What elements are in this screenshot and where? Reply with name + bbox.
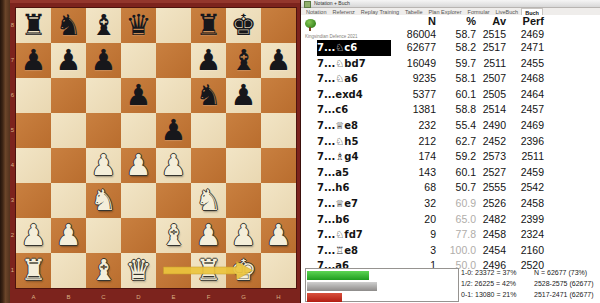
black-piece: ♟	[16, 43, 51, 78]
pct-cell: 59.7	[436, 56, 476, 72]
book-move-row[interactable]: 7...♘bd71604959.725112455	[301, 56, 600, 72]
n-cell: 62677	[391, 40, 436, 56]
n-cell: 174	[391, 149, 436, 165]
file-label-H: H	[261, 294, 296, 300]
stat-white-wins: 1-0: 23372 = 37%	[461, 267, 534, 278]
rank-label-1: 1	[9, 253, 16, 288]
black-piece: ♚	[226, 8, 261, 43]
pct-cell: 58.1	[436, 71, 476, 87]
pct-cell: 100.0	[436, 243, 476, 259]
bar-draw	[307, 282, 377, 291]
square-g4[interactable]	[226, 148, 261, 183]
black-piece: ♟	[226, 78, 261, 113]
square-c5[interactable]	[86, 113, 121, 148]
square-f4[interactable]	[191, 148, 226, 183]
white-piece: ♚	[226, 253, 261, 288]
square-e6[interactable]	[156, 78, 191, 113]
book-move-list: 7...♘c66267758.2251724717...♘bd71604959.…	[301, 40, 600, 274]
result-stats: 1-0: 23372 = 37% N = 62677 (73%) 1/2: 26…	[461, 267, 599, 300]
square-h3[interactable]	[261, 183, 296, 218]
move-cell: 7...♕e8	[317, 118, 391, 134]
white-piece: ♛	[121, 253, 156, 288]
white-piece: ♞	[191, 183, 226, 218]
bar-black	[307, 293, 342, 302]
square-g5[interactable]	[226, 113, 261, 148]
square-h2[interactable]: ♟	[261, 218, 296, 253]
pct-cell: 77.8	[436, 227, 476, 243]
pct-cell: 65.0	[436, 212, 476, 228]
square-f2[interactable]: ♟	[191, 218, 226, 253]
n-cell: 5377	[391, 87, 436, 103]
pct-cell: 58.2	[436, 40, 476, 56]
move-cell: 7...♘h5	[317, 134, 391, 150]
square-e3[interactable]	[156, 183, 191, 218]
pct-cell: 50.7	[436, 180, 476, 196]
book-move-row[interactable]: 7...♕e73260.925262458	[301, 196, 600, 212]
white-piece: ♜	[16, 253, 51, 288]
black-piece: ♜	[16, 8, 51, 43]
file-label-E: E	[156, 294, 191, 300]
stat-black-wins: 0-1: 13080 = 21%	[461, 289, 534, 300]
stat-draws: 1/2: 26225 = 42%	[461, 278, 534, 289]
black-piece: ♜	[191, 8, 226, 43]
perf-cell: 2542	[506, 180, 544, 196]
white-piece: ♝	[156, 218, 191, 253]
perf-cell: 2396	[506, 134, 544, 150]
square-g1[interactable]: ♚	[226, 253, 261, 288]
square-b6[interactable]	[51, 78, 86, 113]
av-cell: 2505	[476, 87, 506, 103]
n-cell: 232	[391, 118, 436, 134]
file-label-D: D	[121, 294, 156, 300]
av-cell: 2527	[476, 165, 506, 181]
black-piece: ♟	[261, 43, 296, 78]
square-g2[interactable]: ♟	[226, 218, 261, 253]
white-piece: ♟	[156, 148, 191, 183]
square-c1[interactable]: ♝	[86, 253, 121, 288]
n-cell: 32	[391, 196, 436, 212]
square-f8[interactable]: ♜	[191, 8, 226, 43]
square-a4[interactable]	[16, 148, 51, 183]
move-cell: 7...a5	[317, 165, 391, 181]
pct-cell: 60.1	[436, 165, 476, 181]
n-cell: 68	[391, 180, 436, 196]
perf-cell: 2399	[506, 212, 544, 228]
col-perf[interactable]: Perf	[506, 15, 544, 28]
book-move-row[interactable]: 7...♘h521262.724522396	[301, 134, 600, 150]
book-move-row[interactable]: 7...♘a6923558.125072468	[301, 71, 600, 87]
av-cell: 2573	[476, 149, 506, 165]
perf-cell: 2160	[506, 243, 544, 259]
square-b3[interactable]	[51, 183, 86, 218]
n-cell: 212	[391, 134, 436, 150]
square-c8[interactable]: ♝	[86, 8, 121, 43]
pct-cell: 60.1	[436, 87, 476, 103]
square-c2[interactable]	[86, 218, 121, 253]
n-cell: 9	[391, 227, 436, 243]
square-b7[interactable]: ♟	[51, 43, 86, 78]
chessbase-window: ♜♞♝♛♜♚♟♟♟♟♝♟♟♞♟♟♟♟♟♞♞♟♟♝♟♟♟♜♝♛♜♚ 8765432…	[0, 0, 600, 303]
av-cell: 2490	[476, 118, 506, 134]
move-cell: 7...♖e8	[317, 243, 391, 259]
perf-cell: 2324	[506, 227, 544, 243]
square-e8[interactable]	[156, 8, 191, 43]
square-a3[interactable]	[16, 183, 51, 218]
square-h6[interactable]	[261, 78, 296, 113]
move-cell: 7...h6	[317, 180, 391, 196]
rank-label-7: 7	[9, 43, 16, 78]
perf-cell: 2511	[506, 149, 544, 165]
book-move-row[interactable]: 7...♘fd7977.824582324	[301, 227, 600, 243]
stat-n-total: N = 62677 (73%)	[534, 267, 587, 278]
summary-n: 86004	[391, 28, 436, 40]
file-label-A: A	[16, 294, 51, 300]
black-piece: ♝	[86, 8, 121, 43]
summary-av: 2515	[476, 28, 506, 40]
summary-pct: 58.7	[436, 28, 476, 40]
square-h8[interactable]	[261, 8, 296, 43]
square-b2[interactable]: ♟	[51, 218, 86, 253]
panel-icon	[304, 1, 311, 8]
rank-label-5: 5	[9, 113, 16, 148]
square-b5[interactable]	[51, 113, 86, 148]
book-move-row[interactable]: 7...a514360.125272459	[301, 165, 600, 181]
book-summary-row: 86004 58.7 2515 2469	[301, 28, 600, 40]
pct-cell: 60.9	[436, 196, 476, 212]
perf-cell: 2457	[506, 102, 544, 118]
n-cell: 3	[391, 243, 436, 259]
book-move-row[interactable]: 7...♕e823255.424902469	[301, 118, 600, 134]
av-cell: 2458	[476, 227, 506, 243]
n-cell: 20	[391, 212, 436, 228]
white-piece: ♟	[16, 218, 51, 253]
black-piece: ♟	[156, 113, 191, 148]
move-cell: 7...♘fd7	[317, 227, 391, 243]
result-bars-box	[305, 268, 459, 302]
av-cell: 2452	[476, 134, 506, 150]
square-g3[interactable]	[226, 183, 261, 218]
n-cell: 1381	[391, 102, 436, 118]
white-piece: ♟	[226, 218, 261, 253]
summary-perf: 2469	[506, 28, 544, 40]
square-b8[interactable]: ♞	[51, 8, 86, 43]
perf-cell: 2459	[506, 165, 544, 181]
perf-cell: 2458	[506, 196, 544, 212]
square-h4[interactable]	[261, 148, 296, 183]
white-piece: ♟	[51, 218, 86, 253]
square-g8[interactable]: ♚	[226, 8, 261, 43]
black-piece: ♛	[121, 8, 156, 43]
square-b1[interactable]	[51, 253, 86, 288]
board-frame	[10, 0, 300, 3]
av-cell: 2507	[476, 71, 506, 87]
stat-perf-range: 2517-2471 (62677)	[534, 289, 594, 300]
col-n[interactable]: N	[391, 15, 436, 28]
av-cell: 2514	[476, 102, 506, 118]
pct-cell: 55.4	[436, 118, 476, 134]
move-cell: 7...♘a6	[317, 71, 391, 87]
white-piece: ♟	[121, 148, 156, 183]
square-c7[interactable]: ♟	[86, 43, 121, 78]
book-move-row[interactable]: 7...exd4537760.125052464	[301, 87, 600, 103]
av-cell: 2555	[476, 180, 506, 196]
board-squares: ♜♞♝♛♜♚♟♟♟♟♝♟♟♞♟♟♟♟♟♞♞♟♟♝♟♟♟♜♝♛♜♚	[16, 8, 296, 288]
square-h1[interactable]	[261, 253, 296, 288]
move-cell: 7...♗g4	[317, 149, 391, 165]
square-d3[interactable]	[121, 183, 156, 218]
av-cell: 2454	[476, 243, 506, 259]
book-move-row[interactable]: 7...h66850.725552542	[301, 180, 600, 196]
n-cell: 16049	[391, 56, 436, 72]
stat-elo-range: 2528-2575 (62677)	[534, 278, 594, 289]
chess-board: ♜♞♝♛♜♚♟♟♟♟♝♟♟♞♟♟♟♟♟♞♞♟♟♝♟♟♟♜♝♛♜♚ 8765432…	[0, 0, 300, 303]
col-av[interactable]: Av	[476, 15, 506, 28]
square-g6[interactable]: ♟	[226, 78, 261, 113]
square-a5[interactable]	[16, 113, 51, 148]
square-a6[interactable]	[16, 78, 51, 113]
square-h5[interactable]	[261, 113, 296, 148]
move-cell: 7...c6	[317, 102, 391, 118]
move-cell: 7...exd4	[317, 87, 391, 103]
pct-cell: 62.7	[436, 134, 476, 150]
black-piece: ♟	[121, 78, 156, 113]
book-panel: Notation + Buch NotationReferenzReplay T…	[300, 0, 600, 303]
bar-white	[307, 271, 369, 280]
square-g7[interactable]: ♝	[226, 43, 261, 78]
square-a8[interactable]: ♜	[16, 8, 51, 43]
perf-cell: 2468	[506, 71, 544, 87]
white-piece: ♟	[191, 218, 226, 253]
square-d2[interactable]	[121, 218, 156, 253]
square-d7[interactable]	[121, 43, 156, 78]
square-d5[interactable]	[121, 113, 156, 148]
rank-label-4: 4	[9, 148, 16, 183]
black-piece: ♟	[51, 43, 86, 78]
white-piece: ♟	[261, 218, 296, 253]
square-f1[interactable]: ♜	[191, 253, 226, 288]
pct-cell: 59.2	[436, 149, 476, 165]
black-piece: ♟	[191, 43, 226, 78]
square-e1[interactable]	[156, 253, 191, 288]
square-c6[interactable]	[86, 78, 121, 113]
n-cell: 9235	[391, 71, 436, 87]
move-cell: 7...♘bd7	[317, 56, 391, 72]
rank-label-8: 8	[9, 8, 16, 43]
book-move-row[interactable]: 7...♘c66267758.225172471	[301, 40, 600, 56]
av-cell: 2526	[476, 196, 506, 212]
square-d8[interactable]: ♛	[121, 8, 156, 43]
black-piece: ♞	[51, 8, 86, 43]
av-cell: 2517	[476, 40, 506, 56]
square-d6[interactable]: ♟	[121, 78, 156, 113]
square-f6[interactable]: ♞	[191, 78, 226, 113]
book-move-row[interactable]: 7...♗g417459.225732511	[301, 149, 600, 165]
square-a1[interactable]: ♜	[16, 253, 51, 288]
book-move-row[interactable]: 7...♖e83100.024542160	[301, 243, 600, 259]
rank-label-2: 2	[9, 218, 16, 253]
av-cell: 2482	[476, 212, 506, 228]
square-c4[interactable]: ♟	[86, 148, 121, 183]
n-cell: 143	[391, 165, 436, 181]
square-e7[interactable]	[156, 43, 191, 78]
square-d4[interactable]: ♟	[121, 148, 156, 183]
book-move-row[interactable]: 7...b62065.024822399	[301, 212, 600, 228]
square-b4[interactable]	[51, 148, 86, 183]
square-f5[interactable]	[191, 113, 226, 148]
rank-label-6: 6	[9, 78, 16, 113]
panel-titlebar[interactable]: Notation + Buch	[301, 0, 600, 8]
perf-cell: 2464	[506, 87, 544, 103]
rank-label-3: 3	[9, 183, 16, 218]
perf-cell: 2471	[506, 40, 544, 56]
square-e4[interactable]: ♟	[156, 148, 191, 183]
book-content: Kingsindian Defence 2021 N % Av Perf 860…	[301, 15, 600, 303]
perf-cell: 2455	[506, 56, 544, 72]
perf-cell: 2469	[506, 118, 544, 134]
square-c3[interactable]: ♞	[86, 183, 121, 218]
col-pct[interactable]: %	[436, 15, 476, 28]
file-label-C: C	[86, 294, 121, 300]
book-move-row[interactable]: 7...c6138158.825142457	[301, 102, 600, 118]
file-label-B: B	[51, 294, 86, 300]
white-piece: ♜	[191, 253, 226, 288]
file-label-G: G	[226, 294, 261, 300]
square-e5[interactable]: ♟	[156, 113, 191, 148]
book-header-row: N % Av Perf	[301, 15, 600, 28]
square-h7[interactable]: ♟	[261, 43, 296, 78]
white-piece: ♟	[86, 148, 121, 183]
pct-cell: 58.8	[436, 102, 476, 118]
move-cell: 7...b6	[317, 212, 391, 228]
square-f7[interactable]: ♟	[191, 43, 226, 78]
square-f3[interactable]: ♞	[191, 183, 226, 218]
white-piece: ♝	[86, 253, 121, 288]
panel-title: Notation + Buch	[314, 0, 350, 6]
square-a7[interactable]: ♟	[16, 43, 51, 78]
file-label-F: F	[191, 294, 226, 300]
black-piece: ♞	[191, 78, 226, 113]
square-e2[interactable]: ♝	[156, 218, 191, 253]
move-cell: 7...♘c6	[317, 40, 391, 56]
square-d1[interactable]: ♛	[121, 253, 156, 288]
black-piece: ♝	[226, 43, 261, 78]
black-piece: ♟	[86, 43, 121, 78]
white-piece: ♞	[86, 183, 121, 218]
move-cell: 7...♕e7	[317, 196, 391, 212]
av-cell: 2511	[476, 56, 506, 72]
square-a2[interactable]: ♟	[16, 218, 51, 253]
